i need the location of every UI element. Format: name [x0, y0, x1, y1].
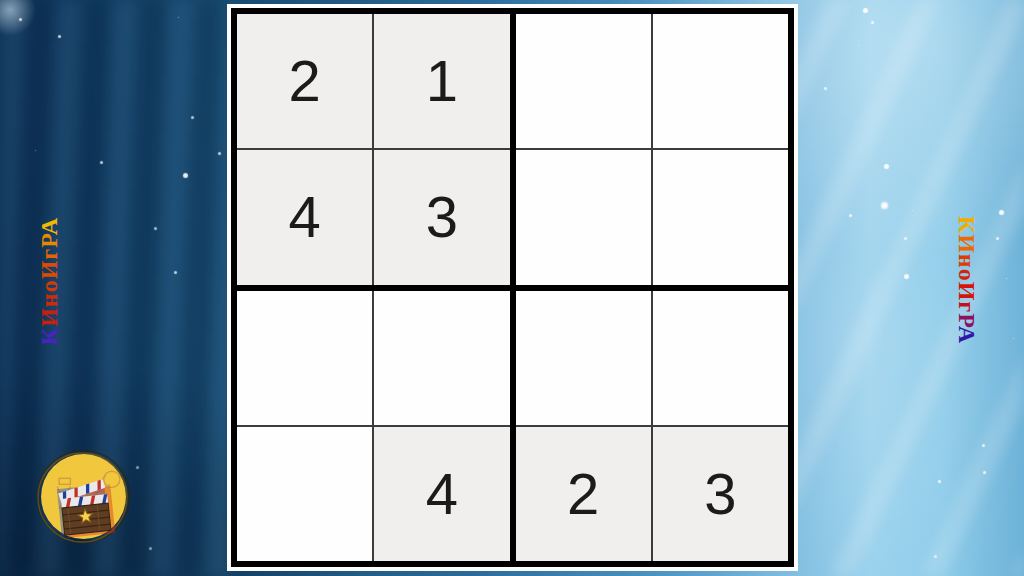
sudoku-cell-r4c4: 3 [653, 427, 788, 561]
sudoku-cell-r3c4[interactable] [653, 291, 788, 425]
watermark-letter: о [955, 269, 981, 282]
watermark-letter: И [955, 282, 981, 302]
sudoku-cell-r2c1: 4 [237, 150, 372, 284]
watermark-letter: о [36, 279, 62, 292]
sudoku-cell-r4c3: 2 [516, 427, 651, 561]
watermark-letter: И [955, 234, 981, 254]
watermark-letters: КИноИгРА [954, 216, 981, 344]
watermark-letter: г [955, 301, 981, 313]
watermark-letter: А [36, 217, 62, 235]
sudoku-cell-r2c3[interactable] [516, 150, 651, 284]
background-right-streaks [789, 0, 1024, 576]
sudoku-cell-r4c2: 4 [374, 427, 509, 561]
sudoku-cell-r3c2[interactable] [374, 291, 509, 425]
watermark-letter: К [955, 216, 981, 234]
sudoku-board: 2143423 [227, 4, 798, 571]
watermark-letter: Р [955, 313, 981, 326]
sudoku-cell-r1c3[interactable] [516, 14, 651, 148]
kinoigra-logo [35, 448, 132, 545]
sudoku-grid: 2143423 [231, 8, 794, 567]
sudoku-cell-r3c1[interactable] [237, 291, 372, 425]
sudoku-box-3: 4 [237, 291, 510, 562]
watermark-letters: КИноИгРА [36, 217, 63, 345]
watermark-letter: н [955, 254, 981, 269]
watermark-text-left: КИноИгРА [34, 196, 64, 366]
sudoku-cell-r4c1[interactable] [237, 427, 372, 561]
watermark-letter: Р [36, 235, 62, 248]
sudoku-cell-r1c4[interactable] [653, 14, 788, 148]
clapperboard-logo-icon [35, 448, 132, 545]
sudoku-cell-r2c4[interactable] [653, 150, 788, 284]
sudoku-cell-r2c2: 3 [374, 150, 509, 284]
clapper-body [62, 503, 111, 535]
watermark-letter: А [955, 326, 981, 344]
sudoku-cell-r3c3[interactable] [516, 291, 651, 425]
sudoku-cell-r1c2: 1 [374, 14, 509, 148]
sudoku-cell-r1c1: 2 [237, 14, 372, 148]
watermark-letter: К [36, 327, 62, 345]
watermark-letter: И [36, 260, 62, 280]
sudoku-box-4: 23 [516, 291, 789, 562]
watermark-letter: н [36, 292, 62, 307]
watermark-letter: г [36, 248, 62, 260]
watermark-letter: И [36, 307, 62, 327]
sudoku-box-1: 2143 [237, 14, 510, 285]
sudoku-box-2 [516, 14, 789, 285]
watermark-text-right: КИноИгРА [952, 195, 982, 365]
star-dots [0, 0, 1, 1]
